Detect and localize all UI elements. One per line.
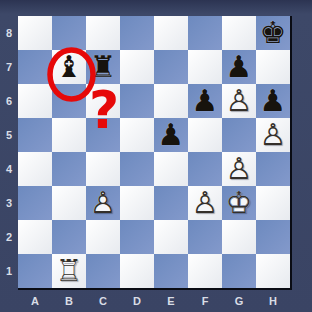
square-g7[interactable]: ♟ xyxy=(222,50,256,84)
piece-black-pawn: ♟ xyxy=(222,50,256,84)
square-c4[interactable] xyxy=(86,152,120,186)
chess-board: ♚♝♜♟♟♟♙♟♟♟♙♟♙♟♙♟♙♚♔♜♖ xyxy=(18,16,292,290)
square-e4[interactable] xyxy=(154,152,188,186)
square-d2[interactable] xyxy=(120,220,154,254)
square-h2[interactable] xyxy=(256,220,290,254)
file-label-g: G xyxy=(222,292,256,310)
square-a1[interactable] xyxy=(18,254,52,288)
square-g4[interactable]: ♟♙ xyxy=(222,152,256,186)
square-g8[interactable] xyxy=(222,16,256,50)
square-b4[interactable] xyxy=(52,152,86,186)
square-e3[interactable] xyxy=(154,186,188,220)
rank-label-3: 3 xyxy=(0,186,18,220)
square-h7[interactable] xyxy=(256,50,290,84)
piece-fill: ♟ xyxy=(222,84,256,118)
square-d1[interactable] xyxy=(120,254,154,288)
square-e2[interactable] xyxy=(154,220,188,254)
square-b2[interactable] xyxy=(52,220,86,254)
square-e6[interactable] xyxy=(154,84,188,118)
square-b7[interactable]: ♝ xyxy=(52,50,86,84)
square-a3[interactable] xyxy=(18,186,52,220)
square-f4[interactable] xyxy=(188,152,222,186)
square-h5[interactable]: ♟♙ xyxy=(256,118,290,152)
piece-black-king: ♚ xyxy=(256,16,290,50)
square-h8[interactable]: ♚ xyxy=(256,16,290,50)
square-c6[interactable] xyxy=(86,84,120,118)
square-f5[interactable] xyxy=(188,118,222,152)
square-e1[interactable] xyxy=(154,254,188,288)
square-c8[interactable] xyxy=(86,16,120,50)
piece-white-pawn: ♙ xyxy=(256,118,290,152)
rank-label-6: 6 xyxy=(0,84,18,118)
piece-white-king: ♔ xyxy=(222,186,256,220)
piece-white-rook: ♖ xyxy=(52,254,86,288)
square-e7[interactable] xyxy=(154,50,188,84)
square-h3[interactable] xyxy=(256,186,290,220)
square-d8[interactable] xyxy=(120,16,154,50)
square-g3[interactable]: ♚♔ xyxy=(222,186,256,220)
piece-black-pawn: ♟ xyxy=(188,84,222,118)
file-label-h: H xyxy=(256,292,290,310)
piece-white-pawn: ♙ xyxy=(188,186,222,220)
square-d5[interactable] xyxy=(120,118,154,152)
square-f7[interactable] xyxy=(188,50,222,84)
piece-black-pawn: ♟ xyxy=(256,84,290,118)
file-label-e: E xyxy=(154,292,188,310)
square-a8[interactable] xyxy=(18,16,52,50)
square-f1[interactable] xyxy=(188,254,222,288)
square-f6[interactable]: ♟ xyxy=(188,84,222,118)
piece-fill: ♜ xyxy=(52,254,86,288)
piece-white-pawn: ♙ xyxy=(222,84,256,118)
square-a7[interactable] xyxy=(18,50,52,84)
square-a5[interactable] xyxy=(18,118,52,152)
square-e8[interactable] xyxy=(154,16,188,50)
square-h1[interactable] xyxy=(256,254,290,288)
file-label-b: B xyxy=(52,292,86,310)
piece-black-pawn: ♟ xyxy=(154,118,188,152)
square-b8[interactable] xyxy=(52,16,86,50)
file-label-d: D xyxy=(120,292,154,310)
square-b5[interactable] xyxy=(52,118,86,152)
square-d6[interactable] xyxy=(120,84,154,118)
square-b3[interactable] xyxy=(52,186,86,220)
square-h6[interactable]: ♟ xyxy=(256,84,290,118)
square-a6[interactable] xyxy=(18,84,52,118)
piece-black-bishop: ♝ xyxy=(52,50,86,84)
file-label-a: A xyxy=(18,292,52,310)
square-g6[interactable]: ♟♙ xyxy=(222,84,256,118)
piece-fill: ♟ xyxy=(188,186,222,220)
square-g2[interactable] xyxy=(222,220,256,254)
square-a2[interactable] xyxy=(18,220,52,254)
rank-label-8: 8 xyxy=(0,16,18,50)
piece-fill: ♚ xyxy=(222,186,256,220)
square-g5[interactable] xyxy=(222,118,256,152)
file-label-f: F xyxy=(188,292,222,310)
square-f3[interactable]: ♟♙ xyxy=(188,186,222,220)
rank-label-2: 2 xyxy=(0,220,18,254)
square-f8[interactable] xyxy=(188,16,222,50)
square-c3[interactable]: ♟♙ xyxy=(86,186,120,220)
piece-white-pawn: ♙ xyxy=(222,152,256,186)
rank-label-4: 4 xyxy=(0,152,18,186)
rank-label-1: 1 xyxy=(0,254,18,288)
square-c5[interactable] xyxy=(86,118,120,152)
square-c2[interactable] xyxy=(86,220,120,254)
piece-black-rook: ♜ xyxy=(86,50,120,84)
square-d3[interactable] xyxy=(120,186,154,220)
piece-fill: ♟ xyxy=(86,186,120,220)
chess-diagram: ♚♝♜♟♟♟♙♟♟♟♙♟♙♟♙♟♙♚♔♜♖ 87654321 ABCDEFGH … xyxy=(0,0,312,312)
square-c1[interactable] xyxy=(86,254,120,288)
square-d7[interactable] xyxy=(120,50,154,84)
square-e5[interactable]: ♟ xyxy=(154,118,188,152)
square-d4[interactable] xyxy=(120,152,154,186)
piece-fill: ♟ xyxy=(256,118,290,152)
square-a4[interactable] xyxy=(18,152,52,186)
file-label-c: C xyxy=(86,292,120,310)
square-c7[interactable]: ♜ xyxy=(86,50,120,84)
piece-fill: ♟ xyxy=(222,152,256,186)
rank-label-5: 5 xyxy=(0,118,18,152)
rank-label-7: 7 xyxy=(0,50,18,84)
square-g1[interactable] xyxy=(222,254,256,288)
square-b6[interactable] xyxy=(52,84,86,118)
square-f2[interactable] xyxy=(188,220,222,254)
square-b1[interactable]: ♜♖ xyxy=(52,254,86,288)
piece-white-pawn: ♙ xyxy=(86,186,120,220)
square-h4[interactable] xyxy=(256,152,290,186)
